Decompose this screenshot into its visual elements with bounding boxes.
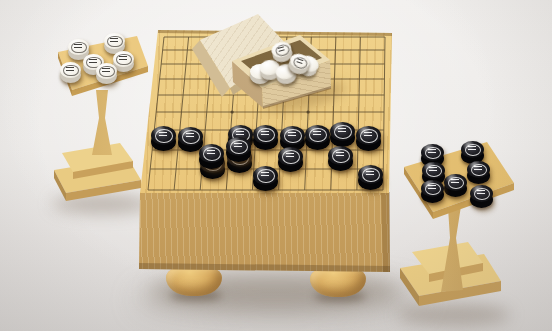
stone-ring (257, 128, 275, 142)
stone-kanji-mark (288, 132, 297, 138)
stone-kanji-mark (338, 128, 347, 134)
piece-black (226, 137, 251, 162)
stone-ring (448, 177, 464, 190)
right-stand-plate-front-edge (0, 0, 552, 331)
stone-kanji-mark (428, 185, 436, 190)
left-leg-shadow (170, 290, 222, 301)
stone-ring (203, 147, 221, 161)
board-top-back-edge (0, 0, 552, 331)
stone-ring (99, 66, 114, 78)
board-grid (0, 0, 552, 331)
stone-kanji-mark (296, 58, 304, 64)
piece-black (227, 148, 252, 173)
stone-ring (71, 42, 86, 54)
stone-kanji-mark (451, 179, 459, 184)
stone-kanji-mark (89, 59, 96, 64)
stone-kanji-mark (477, 190, 485, 195)
box-shadow-on-board (260, 76, 347, 117)
stone-kanji-mark (234, 143, 243, 149)
stone-ring (107, 36, 122, 48)
piece-black (280, 126, 305, 151)
left-stand-step-front (0, 0, 552, 331)
box-wall-bottom-shade (0, 0, 552, 331)
stone-ring (334, 125, 352, 139)
box-wall-left (0, 0, 552, 331)
stone-kanji-mark (207, 150, 216, 156)
stone-ring (362, 168, 380, 182)
piece-black (358, 165, 383, 190)
box-cavity (0, 0, 552, 331)
piece-white (104, 33, 125, 54)
piece-white (259, 59, 282, 82)
right-stand-column (0, 0, 552, 331)
right-stand-floor-shadow (398, 304, 510, 326)
piece-black (151, 126, 176, 151)
stone-kanji-mark (159, 132, 168, 138)
piece-black (228, 125, 253, 150)
left-stand-floor-shadow (52, 194, 152, 214)
pieces-layer (0, 0, 552, 331)
board-front-face (0, 0, 552, 331)
piece-black (278, 147, 303, 172)
stone-ring (284, 129, 302, 143)
left-stand-plate-left-edge (0, 0, 552, 331)
stone-ring (425, 147, 441, 160)
right-stand-plate-left-edge (0, 0, 552, 331)
stone-ring (332, 149, 350, 163)
piece-white (286, 51, 311, 76)
piece-white (274, 62, 297, 85)
stone-ring (204, 157, 222, 171)
piece-white (83, 54, 104, 75)
piece-white (68, 39, 89, 60)
right-stand-plate (0, 0, 552, 331)
stone-ring (232, 128, 250, 142)
stone-kanji-mark (236, 131, 245, 137)
board-front-bottom-shade (0, 0, 552, 331)
left-stand-base-front (0, 0, 552, 331)
left-stand-base-left (0, 0, 552, 331)
box-lid-side-bottom (0, 0, 552, 331)
stone-kanji-mark (336, 152, 345, 158)
stone-ring (309, 128, 327, 142)
right-stand-base-top (0, 0, 552, 331)
stone-kanji-mark (468, 146, 476, 151)
board-leg-right (310, 267, 366, 297)
right-stand-base-front (0, 0, 552, 331)
board-leg-left (166, 266, 222, 296)
board-floor-shadow (135, 278, 425, 322)
stone-ring (471, 164, 487, 177)
piece-black (422, 162, 445, 185)
piece-black (178, 127, 203, 152)
stone-kanji-mark (261, 172, 270, 178)
stone-ring (360, 129, 378, 143)
board-floor-shadow-core (150, 272, 400, 310)
piece-black (467, 161, 490, 184)
stone-kanji-mark (366, 171, 375, 177)
stone-kanji-mark (110, 38, 117, 43)
piece-black (330, 122, 355, 147)
piece-black (328, 146, 353, 171)
stone-ring (86, 57, 101, 69)
stone-ring (257, 169, 275, 183)
left-stand-base-top (0, 0, 552, 331)
box-lid-top (0, 0, 552, 331)
stone-kanji-mark (286, 153, 295, 159)
right-stand-step-top (0, 0, 552, 331)
left-stand-step-top (0, 0, 552, 331)
stone-ring (230, 140, 248, 154)
box-lid-side-left (0, 0, 552, 331)
right-stand-step-front (0, 0, 552, 331)
left-stand-column (0, 0, 552, 331)
piece-black (421, 180, 444, 203)
left-stand-plate-front-edge (0, 0, 552, 331)
stone-kanji-mark (428, 149, 436, 154)
stone-ring (116, 54, 131, 66)
piece-white (295, 53, 322, 80)
piece-black (305, 125, 330, 150)
piece-white (113, 51, 134, 72)
stone-kanji-mark (208, 160, 217, 166)
piece-white (250, 64, 270, 84)
stone-kanji-mark (313, 131, 322, 137)
box-rim (0, 0, 552, 331)
stone-kanji-mark (277, 47, 285, 53)
piece-black (253, 166, 278, 191)
piece-black (253, 125, 278, 150)
piece-black (199, 144, 224, 169)
piece-black (200, 154, 225, 179)
stone-kanji-mark (119, 56, 126, 61)
piece-white (270, 40, 294, 64)
right-leg-shadow (314, 291, 366, 302)
stone-kanji-mark (66, 67, 73, 72)
piece-white (60, 62, 81, 83)
piece-black (444, 174, 467, 197)
star-points (231, 62, 312, 113)
stone-ring (426, 165, 442, 178)
piece-black (461, 141, 484, 164)
stone-ring (63, 65, 78, 77)
box-wall-right (0, 0, 552, 331)
stone-ring (155, 129, 173, 143)
stone-kanji-mark (102, 68, 109, 73)
board-top-surface (0, 0, 552, 331)
piece-black (470, 185, 493, 208)
photo-scene (0, 0, 552, 331)
stone-ring (465, 144, 481, 157)
right-stand-base-left (0, 0, 552, 331)
left-stand-plate (0, 0, 552, 331)
stone-kanji-mark (429, 167, 437, 172)
stone-kanji-mark (261, 131, 270, 137)
stone-kanji-mark (474, 166, 482, 171)
stone-ring (182, 130, 200, 144)
stone-ring (425, 183, 441, 196)
stone-ring (282, 150, 300, 164)
stone-kanji-mark (364, 132, 373, 138)
stone-kanji-mark (74, 44, 81, 49)
piece-white (96, 63, 117, 84)
stone-ring (274, 43, 291, 58)
stone-ring (474, 188, 490, 201)
piece-black (356, 126, 381, 151)
stone-ring (292, 55, 309, 70)
board-front-right-edge (0, 0, 552, 331)
stone-kanji-mark (186, 133, 195, 139)
piece-black (421, 144, 444, 167)
vignette (0, 0, 552, 331)
stone-kanji-mark (235, 154, 244, 160)
stone-ring (231, 151, 249, 165)
